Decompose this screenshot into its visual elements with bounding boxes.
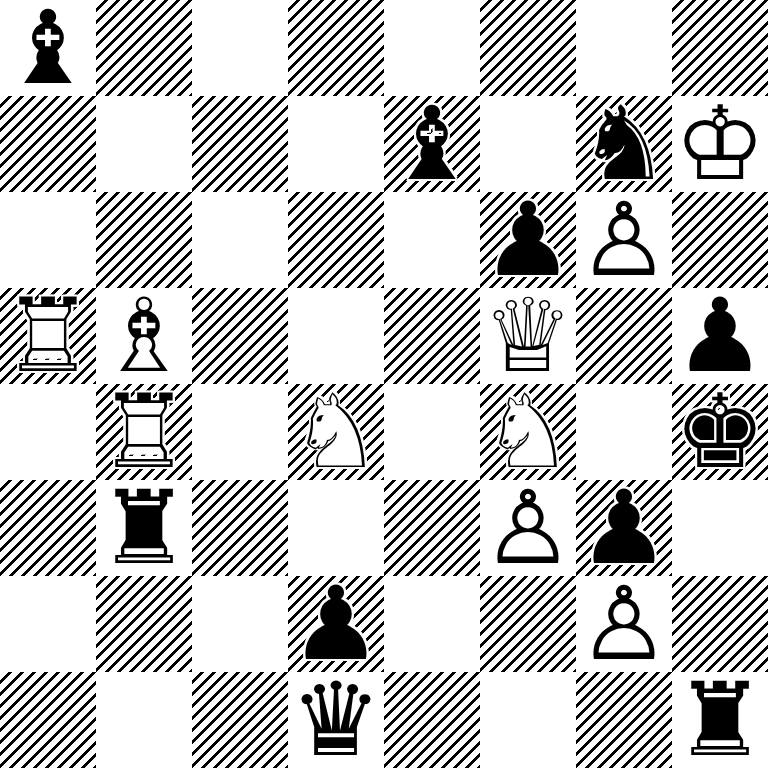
square-e5[interactable] <box>384 288 480 384</box>
square-g3[interactable]: ♟♟ <box>576 480 672 576</box>
white-rook-piece[interactable]: ♜♖ <box>96 384 192 480</box>
black-pawn-glyph: ♟ <box>480 192 576 288</box>
white-pawn-piece[interactable]: ♟♙ <box>480 480 576 576</box>
square-d8[interactable] <box>288 0 384 96</box>
square-g1[interactable] <box>576 672 672 768</box>
square-f6[interactable]: ♟♟ <box>480 192 576 288</box>
white-pawn-glyph: ♙ <box>480 480 576 576</box>
black-pawn-glyph: ♟ <box>672 288 768 384</box>
square-d7[interactable] <box>288 96 384 192</box>
black-bishop-glyph: ♝ <box>384 96 480 192</box>
square-f1[interactable] <box>480 672 576 768</box>
square-g2[interactable]: ♟♙ <box>576 576 672 672</box>
square-h1[interactable]: ♜♜ <box>672 672 768 768</box>
square-e7[interactable]: ♝♝ <box>384 96 480 192</box>
square-e3[interactable] <box>384 480 480 576</box>
white-pawn-piece[interactable]: ♟♙ <box>576 192 672 288</box>
white-pawn-glyph: ♙ <box>576 192 672 288</box>
square-d6[interactable] <box>288 192 384 288</box>
square-d4[interactable]: ♞♘ <box>288 384 384 480</box>
black-king-piece[interactable]: ♚♚ <box>672 384 768 480</box>
square-d3[interactable] <box>288 480 384 576</box>
white-knight-glyph: ♘ <box>480 384 576 480</box>
square-a8[interactable]: ♝♝ <box>0 0 96 96</box>
square-e1[interactable] <box>384 672 480 768</box>
white-queen-piece[interactable]: ♛♕ <box>480 288 576 384</box>
square-b4[interactable]: ♜♖ <box>96 384 192 480</box>
black-rook-piece[interactable]: ♜♜ <box>96 480 192 576</box>
square-c7[interactable] <box>192 96 288 192</box>
square-c5[interactable] <box>192 288 288 384</box>
square-a1[interactable] <box>0 672 96 768</box>
black-pawn-piece[interactable]: ♟♟ <box>288 576 384 672</box>
square-d2[interactable]: ♟♟ <box>288 576 384 672</box>
black-bishop-piece[interactable]: ♝♝ <box>0 0 96 96</box>
black-queen-glyph: ♛ <box>288 672 384 768</box>
square-b8[interactable] <box>96 0 192 96</box>
square-c4[interactable] <box>192 384 288 480</box>
white-rook-glyph: ♖ <box>0 288 96 384</box>
square-g6[interactable]: ♟♙ <box>576 192 672 288</box>
square-f5[interactable]: ♛♕ <box>480 288 576 384</box>
square-d1[interactable]: ♛♛ <box>288 672 384 768</box>
square-a3[interactable] <box>0 480 96 576</box>
black-queen-piece[interactable]: ♛♛ <box>288 672 384 768</box>
white-bishop-piece[interactable]: ♝♗ <box>96 288 192 384</box>
white-rook-glyph: ♖ <box>96 384 192 480</box>
black-pawn-piece[interactable]: ♟♟ <box>672 288 768 384</box>
white-pawn-glyph: ♙ <box>576 576 672 672</box>
square-a5[interactable]: ♜♖ <box>0 288 96 384</box>
square-a7[interactable] <box>0 96 96 192</box>
square-c8[interactable] <box>192 0 288 96</box>
square-b3[interactable]: ♜♜ <box>96 480 192 576</box>
white-queen-glyph: ♕ <box>480 288 576 384</box>
square-f8[interactable] <box>480 0 576 96</box>
white-knight-glyph: ♘ <box>288 384 384 480</box>
square-f3[interactable]: ♟♙ <box>480 480 576 576</box>
square-b7[interactable] <box>96 96 192 192</box>
black-rook-glyph: ♜ <box>96 480 192 576</box>
square-g5[interactable] <box>576 288 672 384</box>
white-rook-piece[interactable]: ♜♖ <box>0 288 96 384</box>
white-king-glyph: ♔ <box>672 96 768 192</box>
square-b5[interactable]: ♝♗ <box>96 288 192 384</box>
chess-board: ♝♝♝♝♞♞♚♔♟♟♟♙♜♖♝♗♛♕♟♟♜♖♞♘♞♘♚♚♜♜♟♙♟♟♟♟♟♙♛♛… <box>0 0 768 768</box>
square-g4[interactable] <box>576 384 672 480</box>
white-knight-piece[interactable]: ♞♘ <box>288 384 384 480</box>
square-h8[interactable] <box>672 0 768 96</box>
square-h4[interactable]: ♚♚ <box>672 384 768 480</box>
square-c3[interactable] <box>192 480 288 576</box>
black-bishop-piece[interactable]: ♝♝ <box>384 96 480 192</box>
square-c2[interactable] <box>192 576 288 672</box>
square-h2[interactable] <box>672 576 768 672</box>
white-knight-piece[interactable]: ♞♘ <box>480 384 576 480</box>
square-e4[interactable] <box>384 384 480 480</box>
black-knight-glyph: ♞ <box>576 96 672 192</box>
square-f2[interactable] <box>480 576 576 672</box>
black-pawn-glyph: ♟ <box>288 576 384 672</box>
white-king-piece[interactable]: ♚♔ <box>672 96 768 192</box>
black-rook-glyph: ♜ <box>672 672 768 768</box>
square-d5[interactable] <box>288 288 384 384</box>
square-b6[interactable] <box>96 192 192 288</box>
black-pawn-piece[interactable]: ♟♟ <box>576 480 672 576</box>
square-c6[interactable] <box>192 192 288 288</box>
square-a4[interactable] <box>0 384 96 480</box>
square-b2[interactable] <box>96 576 192 672</box>
square-h7[interactable]: ♚♔ <box>672 96 768 192</box>
square-b1[interactable] <box>96 672 192 768</box>
square-f7[interactable] <box>480 96 576 192</box>
black-pawn-glyph: ♟ <box>576 480 672 576</box>
square-g7[interactable]: ♞♞ <box>576 96 672 192</box>
square-e2[interactable] <box>384 576 480 672</box>
black-bishop-glyph: ♝ <box>0 0 96 96</box>
square-a2[interactable] <box>0 576 96 672</box>
square-e8[interactable] <box>384 0 480 96</box>
white-pawn-piece[interactable]: ♟♙ <box>576 576 672 672</box>
square-a6[interactable] <box>0 192 96 288</box>
square-e6[interactable] <box>384 192 480 288</box>
square-h3[interactable] <box>672 480 768 576</box>
white-bishop-glyph: ♗ <box>96 288 192 384</box>
square-h5[interactable]: ♟♟ <box>672 288 768 384</box>
square-g8[interactable] <box>576 0 672 96</box>
square-h6[interactable] <box>672 192 768 288</box>
square-c1[interactable] <box>192 672 288 768</box>
black-rook-piece[interactable]: ♜♜ <box>672 672 768 768</box>
black-king-glyph: ♚ <box>672 384 768 480</box>
black-knight-piece[interactable]: ♞♞ <box>576 96 672 192</box>
square-f4[interactable]: ♞♘ <box>480 384 576 480</box>
black-pawn-piece[interactable]: ♟♟ <box>480 192 576 288</box>
